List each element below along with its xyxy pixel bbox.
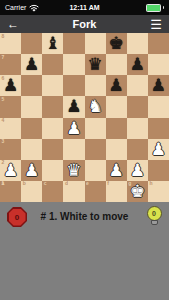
black-king[interactable]: ♚: [109, 35, 124, 52]
battery-icon: [146, 4, 165, 12]
square-c2[interactable]: [42, 160, 63, 181]
square-c4[interactable]: [42, 118, 63, 139]
square-g1[interactable]: g♚: [127, 181, 148, 202]
square-d4[interactable]: ♟: [63, 118, 84, 139]
file-label: e: [86, 181, 89, 186]
square-f7[interactable]: [106, 54, 127, 75]
square-g5[interactable]: [127, 96, 148, 117]
square-h2[interactable]: [148, 160, 169, 181]
carrier-label: Carrier: [5, 4, 26, 11]
square-e3[interactable]: [85, 139, 106, 160]
mistakes-badge[interactable]: 0: [7, 207, 27, 227]
square-a3[interactable]: 3: [0, 139, 21, 160]
square-b1[interactable]: b: [21, 181, 42, 202]
black-pawn[interactable]: ♟: [24, 56, 39, 73]
square-b5[interactable]: [21, 96, 42, 117]
white-pawn[interactable]: ♟: [66, 120, 81, 137]
square-c7[interactable]: [42, 54, 63, 75]
square-f3[interactable]: [106, 139, 127, 160]
page-title: Fork: [0, 18, 169, 30]
square-b7[interactable]: ♟: [21, 54, 42, 75]
square-d3[interactable]: [63, 139, 84, 160]
square-f4[interactable]: [106, 118, 127, 139]
file-label: f: [107, 181, 109, 186]
status-bar: Carrier 12:11 AM: [0, 0, 169, 15]
square-a1[interactable]: 1a: [0, 181, 21, 202]
black-pawn[interactable]: ♟: [66, 98, 81, 115]
square-e1[interactable]: e: [85, 181, 106, 202]
square-b8[interactable]: [21, 33, 42, 54]
mistakes-count: 0: [9, 209, 26, 226]
square-c8[interactable]: ♝: [42, 33, 63, 54]
square-e2[interactable]: [85, 160, 106, 181]
white-pawn[interactable]: ♟: [151, 141, 166, 158]
hamburger-menu-icon[interactable]: ☰: [150, 18, 162, 31]
white-pawn[interactable]: ♟: [24, 162, 39, 179]
square-c3[interactable]: [42, 139, 63, 160]
square-f2[interactable]: ♟: [106, 160, 127, 181]
square-g6[interactable]: [127, 75, 148, 96]
white-pawn[interactable]: ♟: [130, 162, 145, 179]
square-b2[interactable]: ♟: [21, 160, 42, 181]
square-h5[interactable]: [148, 96, 169, 117]
square-d5[interactable]: ♟: [63, 96, 84, 117]
black-pawn[interactable]: ♟: [151, 77, 166, 94]
square-g2[interactable]: ♟: [127, 160, 148, 181]
file-label: h: [149, 181, 152, 186]
square-b6[interactable]: [21, 75, 42, 96]
square-e4[interactable]: [85, 118, 106, 139]
rank-label: 8: [2, 34, 5, 39]
white-queen[interactable]: ♛: [66, 162, 81, 179]
square-d7[interactable]: [63, 54, 84, 75]
bulb-base: [151, 220, 158, 225]
nav-bar: ← Fork ☰: [0, 15, 169, 33]
square-a4[interactable]: 4: [0, 118, 21, 139]
square-f5[interactable]: [106, 96, 127, 117]
hint-lightbulb-button[interactable]: 0: [146, 206, 162, 228]
square-g8[interactable]: [127, 33, 148, 54]
square-f6[interactable]: ♟: [106, 75, 127, 96]
hint-count: 0: [147, 206, 162, 221]
square-d8[interactable]: [63, 33, 84, 54]
square-c5[interactable]: [42, 96, 63, 117]
square-e5[interactable]: ♞: [85, 96, 106, 117]
chess-board[interactable]: 8♝♚7♟♛♟6♟♟♟5♟♞4♟3♟2♟♟♛♟♟1abcdefg♚h: [0, 33, 169, 202]
file-label: b: [23, 181, 26, 186]
square-c6[interactable]: [42, 75, 63, 96]
back-button[interactable]: ←: [7, 18, 19, 30]
square-d1[interactable]: d: [63, 181, 84, 202]
file-label: d: [65, 181, 68, 186]
square-a5[interactable]: 5: [0, 96, 21, 117]
rank-label: 7: [2, 55, 5, 60]
square-a7[interactable]: 7: [0, 54, 21, 75]
black-pawn[interactable]: ♟: [3, 77, 18, 94]
square-h7[interactable]: [148, 54, 169, 75]
bottom-panel: 0 # 1. White to move 0: [0, 202, 169, 300]
square-h6[interactable]: ♟: [148, 75, 169, 96]
white-pawn[interactable]: ♟: [3, 162, 18, 179]
rank-label: 6: [2, 76, 5, 81]
square-h4[interactable]: [148, 118, 169, 139]
rank-label: 2: [2, 160, 5, 165]
black-bishop[interactable]: ♝: [45, 35, 60, 52]
white-knight[interactable]: ♞: [87, 98, 102, 115]
file-label: c: [44, 181, 47, 186]
file-label: g: [128, 181, 131, 186]
wifi-icon: [29, 4, 39, 12]
square-g3[interactable]: [127, 139, 148, 160]
square-h3[interactable]: ♟: [148, 139, 169, 160]
black-pawn[interactable]: ♟: [109, 77, 124, 94]
rank-label: 4: [2, 118, 5, 123]
white-king[interactable]: ♚: [130, 183, 145, 200]
square-h8[interactable]: [148, 33, 169, 54]
white-pawn[interactable]: ♟: [109, 162, 124, 179]
black-pawn[interactable]: ♟: [130, 56, 145, 73]
square-a6[interactable]: 6♟: [0, 75, 21, 96]
square-e6[interactable]: [85, 75, 106, 96]
square-g7[interactable]: ♟: [127, 54, 148, 75]
square-e8[interactable]: [85, 33, 106, 54]
square-f1[interactable]: f: [106, 181, 127, 202]
square-g4[interactable]: [127, 118, 148, 139]
square-b4[interactable]: [21, 118, 42, 139]
square-d6[interactable]: [63, 75, 84, 96]
square-d2[interactable]: ♛: [63, 160, 84, 181]
square-h1[interactable]: h: [148, 181, 169, 202]
file-label: a: [2, 181, 5, 186]
square-a8[interactable]: 8: [0, 33, 21, 54]
black-queen[interactable]: ♛: [87, 56, 102, 73]
square-f8[interactable]: ♚: [106, 33, 127, 54]
square-e7[interactable]: ♛: [85, 54, 106, 75]
rank-label: 3: [2, 139, 5, 144]
rank-label: 5: [2, 97, 5, 102]
square-c1[interactable]: c: [42, 181, 63, 202]
square-a2[interactable]: 2♟: [0, 160, 21, 181]
square-b3[interactable]: [21, 139, 42, 160]
